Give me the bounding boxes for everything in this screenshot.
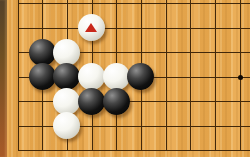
grid-vline-8 [190,0,191,151]
black-stone [29,39,56,66]
white-stone [78,63,105,90]
go-app-screenshot [0,0,250,157]
white-stone [53,88,80,115]
grid-vline-9 [215,0,216,151]
white-stone [53,39,80,66]
star-point [238,75,243,80]
grid-vline-7 [166,0,167,151]
last-move-triangle-icon [85,23,97,32]
white-stone [103,63,130,90]
grid-vline-1 [18,0,19,151]
black-stone [29,63,56,90]
white-stone [78,14,105,41]
board-left-edge [0,0,7,157]
black-stone [103,88,130,115]
black-stone [78,88,105,115]
